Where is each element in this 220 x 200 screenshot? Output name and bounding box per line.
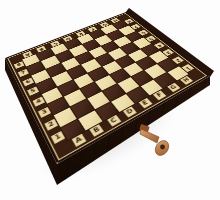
brass-clasp-icon xyxy=(136,120,180,160)
chessboard-product-photo: ABCDEFGH ABCDEFGH 87654321 87654321 xyxy=(0,0,220,200)
